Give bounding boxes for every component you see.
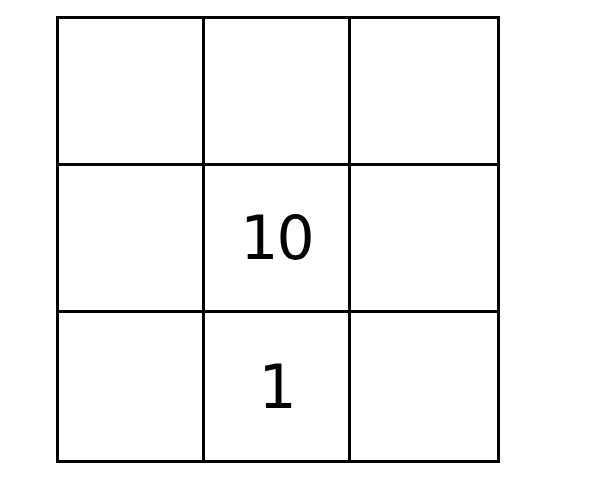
cell-r0c2[interactable] xyxy=(351,19,497,166)
puzzle-board: 10 1 xyxy=(56,16,500,463)
cell-r2c1[interactable]: 1 xyxy=(205,313,351,460)
cell-r1c0[interactable] xyxy=(59,166,205,313)
cell-r0c0[interactable] xyxy=(59,19,205,166)
cell-r1c2[interactable] xyxy=(351,166,497,313)
cell-r2c2[interactable] xyxy=(351,313,497,460)
cell-r1c1[interactable]: 10 xyxy=(205,166,351,313)
cell-r0c1[interactable] xyxy=(205,19,351,166)
cell-r2c0[interactable] xyxy=(59,313,205,460)
